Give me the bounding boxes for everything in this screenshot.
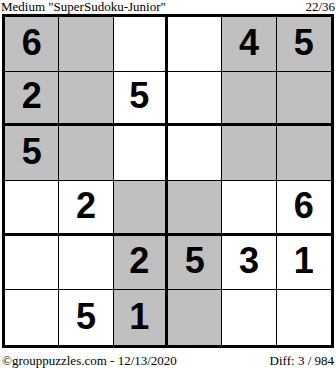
given-digit: 5 — [76, 299, 96, 335]
cell-r3c6[interactable] — [277, 126, 331, 181]
cell-r5c1[interactable] — [5, 236, 59, 291]
cell-r2c5[interactable] — [222, 72, 276, 127]
cell-r6c1[interactable] — [5, 290, 59, 345]
cell-r5c5[interactable]: 3 — [222, 236, 276, 291]
cell-r3c2[interactable] — [59, 126, 113, 181]
sudoku-board: 64525526253151 — [2, 14, 334, 348]
cell-r3c4[interactable] — [168, 126, 222, 181]
cell-r2c3[interactable]: 5 — [114, 72, 168, 127]
cell-r4c5[interactable] — [222, 181, 276, 236]
given-digit: 5 — [185, 243, 205, 279]
cell-r3c3[interactable] — [114, 126, 168, 181]
cell-r3c5[interactable] — [222, 126, 276, 181]
cell-r4c4[interactable] — [168, 181, 222, 236]
footer: ©grouppuzzles.com - 12/13/2020 Diff: 3 /… — [0, 348, 336, 368]
cell-r5c6[interactable]: 1 — [277, 236, 331, 291]
given-digit: 2 — [22, 78, 42, 114]
cell-r2c6[interactable] — [277, 72, 331, 127]
given-digit: 5 — [129, 78, 149, 114]
header: Medium "SuperSudoku-Junior" 22/36 — [0, 0, 336, 14]
cell-r4c3[interactable] — [114, 181, 168, 236]
given-digit: 2 — [129, 243, 149, 279]
cell-r3c1[interactable]: 5 — [5, 126, 59, 181]
cell-r6c5[interactable] — [222, 290, 276, 345]
given-digit: 4 — [239, 25, 259, 61]
cell-r4c2[interactable]: 2 — [59, 181, 113, 236]
cell-r1c3[interactable] — [114, 17, 168, 72]
copyright-text: ©grouppuzzles.com - 12/13/2020 — [2, 354, 177, 368]
cell-r1c5[interactable]: 4 — [222, 17, 276, 72]
given-digit: 3 — [239, 243, 259, 279]
given-digit: 1 — [294, 243, 314, 279]
cell-r4c6[interactable]: 6 — [277, 181, 331, 236]
cell-r2c1[interactable]: 2 — [5, 72, 59, 127]
cell-r1c2[interactable] — [59, 17, 113, 72]
cells-remaining-counter: 22/36 — [305, 0, 335, 14]
given-digit: 6 — [22, 25, 42, 61]
cell-r5c3[interactable]: 2 — [114, 236, 168, 291]
cell-r1c1[interactable]: 6 — [5, 17, 59, 72]
cell-r6c3[interactable]: 1 — [114, 290, 168, 345]
cell-r1c6[interactable]: 5 — [277, 17, 331, 72]
puzzle-title: Medium "SuperSudoku-Junior" — [1, 0, 166, 14]
cell-r1c4[interactable] — [168, 17, 222, 72]
cell-r2c2[interactable] — [59, 72, 113, 127]
given-digit: 5 — [294, 25, 314, 61]
difficulty-text: Diff: 3 / 984 — [270, 354, 334, 368]
cell-r2c4[interactable] — [168, 72, 222, 127]
cell-r5c2[interactable] — [59, 236, 113, 291]
cell-r4c1[interactable] — [5, 181, 59, 236]
given-digit: 5 — [22, 134, 42, 170]
cell-r5c4[interactable]: 5 — [168, 236, 222, 291]
given-digit: 2 — [76, 188, 96, 224]
cell-r6c4[interactable] — [168, 290, 222, 345]
cell-r6c6[interactable] — [277, 290, 331, 345]
cell-r6c2[interactable]: 5 — [59, 290, 113, 345]
given-digit: 1 — [129, 299, 149, 335]
given-digit: 6 — [294, 188, 314, 224]
